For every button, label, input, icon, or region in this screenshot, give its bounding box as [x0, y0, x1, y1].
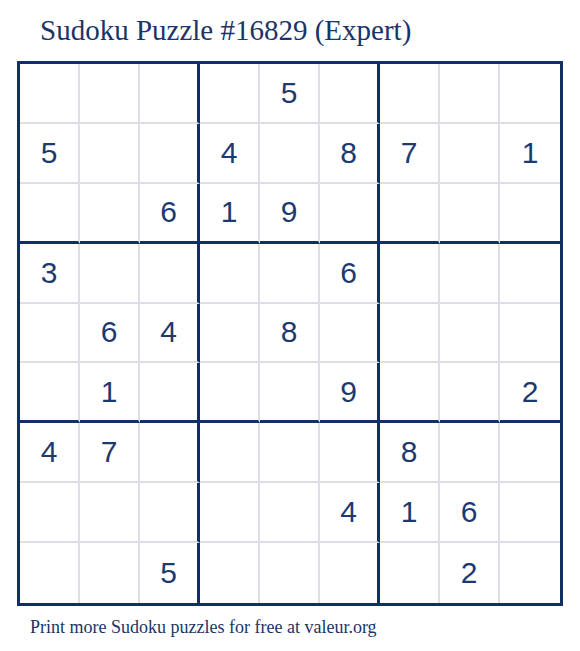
sudoku-cell-r9c6: [320, 543, 380, 603]
sudoku-cell-r6c1: [20, 363, 80, 423]
sudoku-cell-r9c2: [80, 543, 140, 603]
sudoku-cell-r3c1: [20, 184, 80, 244]
sudoku-cell-r6c2: 1: [80, 363, 140, 423]
sudoku-cell-r2c6: 8: [320, 124, 380, 184]
sudoku-cell-r4c4: [200, 244, 260, 304]
sudoku-cell-r8c4: [200, 483, 260, 543]
sudoku-cell-r4c7: [380, 244, 440, 304]
sudoku-cell-r7c3: [140, 423, 200, 483]
sudoku-cell-r1c4: [200, 64, 260, 124]
sudoku-cell-r7c9: [500, 423, 560, 483]
sudoku-cell-r2c9: 1: [500, 124, 560, 184]
sudoku-cell-r4c6: 6: [320, 244, 380, 304]
sudoku-cell-r2c4: 4: [200, 124, 260, 184]
sudoku-cell-r6c9: 2: [500, 363, 560, 423]
sudoku-cell-r5c8: [440, 304, 500, 364]
sudoku-cell-r8c9: [500, 483, 560, 543]
sudoku-cell-r9c9: [500, 543, 560, 603]
sudoku-cell-r7c7: 8: [380, 423, 440, 483]
sudoku-cell-r3c2: [80, 184, 140, 244]
sudoku-cell-r3c5: 9: [260, 184, 320, 244]
sudoku-cell-r6c4: [200, 363, 260, 423]
sudoku-cell-r9c4: [200, 543, 260, 603]
sudoku-cell-r8c7: 1: [380, 483, 440, 543]
sudoku-cell-r5c1: [20, 304, 80, 364]
sudoku-cell-r9c1: [20, 543, 80, 603]
sudoku-cell-r5c4: [200, 304, 260, 364]
sudoku-cell-r6c3: [140, 363, 200, 423]
sudoku-cell-r7c4: [200, 423, 260, 483]
sudoku-cell-r2c7: 7: [380, 124, 440, 184]
sudoku-cell-r4c9: [500, 244, 560, 304]
sudoku-cell-r5c5: 8: [260, 304, 320, 364]
sudoku-cell-r7c8: [440, 423, 500, 483]
sudoku-cell-r9c5: [260, 543, 320, 603]
sudoku-cell-r3c9: [500, 184, 560, 244]
sudoku-cell-r2c3: [140, 124, 200, 184]
sudoku-cell-r7c6: [320, 423, 380, 483]
sudoku-cell-r1c7: [380, 64, 440, 124]
sudoku-cell-r8c2: [80, 483, 140, 543]
sudoku-cell-r5c7: [380, 304, 440, 364]
sudoku-cell-r1c2: [80, 64, 140, 124]
sudoku-cell-r6c8: [440, 363, 500, 423]
sudoku-cell-r7c5: [260, 423, 320, 483]
sudoku-cell-r2c1: 5: [20, 124, 80, 184]
sudoku-cell-r4c2: [80, 244, 140, 304]
sudoku-cell-r8c1: [20, 483, 80, 543]
sudoku-cell-r3c7: [380, 184, 440, 244]
sudoku-cell-r9c3: 5: [140, 543, 200, 603]
page-title: Sudoku Puzzle #16829 (Expert): [40, 12, 411, 48]
sudoku-cell-r5c3: 4: [140, 304, 200, 364]
sudoku-cell-r8c8: 6: [440, 483, 500, 543]
sudoku-cell-r1c3: [140, 64, 200, 124]
sudoku-cell-r2c8: [440, 124, 500, 184]
sudoku-cell-r1c6: [320, 64, 380, 124]
sudoku-board: 5548716193664819247841652: [17, 61, 563, 606]
sudoku-cell-r2c5: [260, 124, 320, 184]
sudoku-cell-r5c9: [500, 304, 560, 364]
sudoku-cell-r4c3: [140, 244, 200, 304]
sudoku-cell-r4c5: [260, 244, 320, 304]
sudoku-cell-r3c3: 6: [140, 184, 200, 244]
sudoku-cell-r9c8: 2: [440, 543, 500, 603]
sudoku-cell-r1c9: [500, 64, 560, 124]
sudoku-cell-r4c1: 3: [20, 244, 80, 304]
sudoku-cell-r8c3: [140, 483, 200, 543]
sudoku-cell-r3c6: [320, 184, 380, 244]
sudoku-cell-r6c6: 9: [320, 363, 380, 423]
sudoku-cell-r3c8: [440, 184, 500, 244]
sudoku-cell-r6c5: [260, 363, 320, 423]
sudoku-cell-r1c8: [440, 64, 500, 124]
sudoku-cell-r6c7: [380, 363, 440, 423]
sudoku-cell-r7c1: 4: [20, 423, 80, 483]
sudoku-cell-r5c6: [320, 304, 380, 364]
sudoku-cell-r2c2: [80, 124, 140, 184]
footer-text: Print more Sudoku puzzles for free at va…: [30, 615, 377, 639]
sudoku-cell-r8c6: 4: [320, 483, 380, 543]
sudoku-cell-r7c2: 7: [80, 423, 140, 483]
sudoku-cell-r1c1: [20, 64, 80, 124]
sudoku-cell-r9c7: [380, 543, 440, 603]
sudoku-cell-r3c4: 1: [200, 184, 260, 244]
sudoku-cell-r5c2: 6: [80, 304, 140, 364]
sudoku-cell-r4c8: [440, 244, 500, 304]
sudoku-cell-r1c5: 5: [260, 64, 320, 124]
sudoku-cell-r8c5: [260, 483, 320, 543]
